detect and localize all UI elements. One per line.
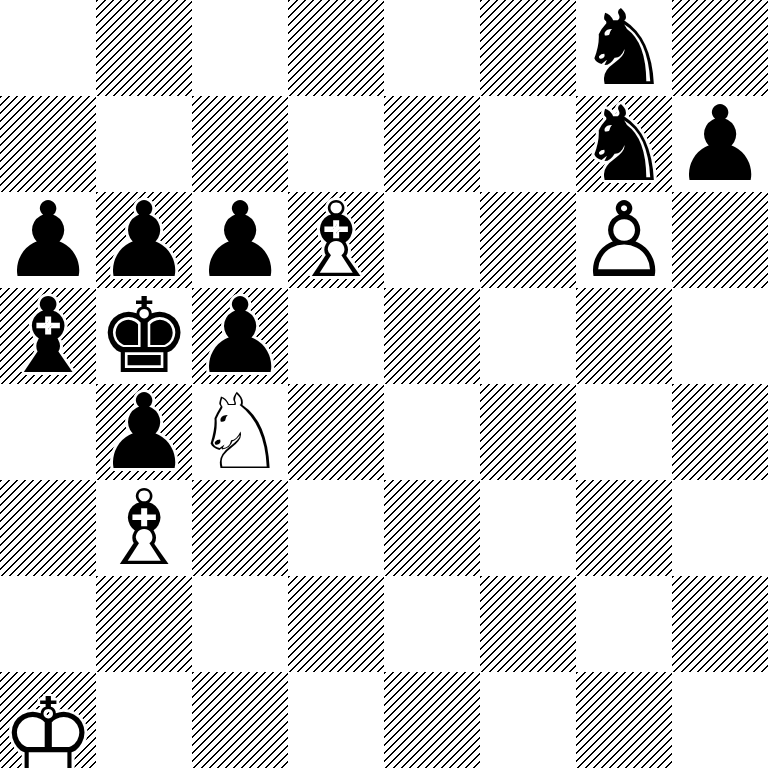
white-knight-icon: ♘ bbox=[193, 384, 286, 480]
piece-black-pawn-a6[interactable]: ♟♟ bbox=[0, 192, 96, 288]
square-b6[interactable]: ♟♟ bbox=[96, 192, 192, 288]
square-c8[interactable] bbox=[192, 0, 288, 96]
square-a2[interactable] bbox=[0, 576, 96, 672]
square-f2[interactable] bbox=[480, 576, 576, 672]
black-bishop-icon: ♝ bbox=[1, 288, 94, 384]
square-e4[interactable] bbox=[384, 384, 480, 480]
square-g8[interactable]: ♞♞ bbox=[576, 0, 672, 96]
square-f4[interactable] bbox=[480, 384, 576, 480]
black-pawn-icon: ♟ bbox=[1, 192, 94, 288]
white-bishop-icon: ♗ bbox=[97, 480, 190, 576]
square-b7[interactable] bbox=[96, 96, 192, 192]
square-g2[interactable] bbox=[576, 576, 672, 672]
piece-black-knight-g7[interactable]: ♞♞ bbox=[576, 96, 672, 192]
square-f3[interactable] bbox=[480, 480, 576, 576]
piece-white-bishop-d6[interactable]: ♝♗ bbox=[288, 192, 384, 288]
square-g7[interactable]: ♞♞ bbox=[576, 96, 672, 192]
square-d5[interactable] bbox=[288, 288, 384, 384]
square-c2[interactable] bbox=[192, 576, 288, 672]
square-e6[interactable] bbox=[384, 192, 480, 288]
white-king-icon: ♔ bbox=[1, 688, 94, 768]
piece-black-knight-g8[interactable]: ♞♞ bbox=[576, 0, 672, 96]
black-pawn-icon: ♟ bbox=[193, 192, 286, 288]
chess-board: ♞♞♞♞♟♟♟♟♟♟♟♟♝♗♟♙♝♝♚♚♟♟♟♟♞♘♝♗♚♔ bbox=[0, 0, 768, 768]
piece-black-pawn-b4[interactable]: ♟♟ bbox=[96, 384, 192, 480]
square-c6[interactable]: ♟♟ bbox=[192, 192, 288, 288]
square-f5[interactable] bbox=[480, 288, 576, 384]
square-d4[interactable] bbox=[288, 384, 384, 480]
square-c5[interactable]: ♟♟ bbox=[192, 288, 288, 384]
square-g6[interactable]: ♟♙ bbox=[576, 192, 672, 288]
square-f6[interactable] bbox=[480, 192, 576, 288]
square-g1[interactable] bbox=[576, 672, 672, 768]
piece-white-bishop-b3[interactable]: ♝♗ bbox=[96, 480, 192, 576]
square-e8[interactable] bbox=[384, 0, 480, 96]
square-c4[interactable]: ♞♘ bbox=[192, 384, 288, 480]
black-pawn-icon: ♟ bbox=[97, 384, 190, 480]
square-c1[interactable] bbox=[192, 672, 288, 768]
square-d7[interactable] bbox=[288, 96, 384, 192]
square-h8[interactable] bbox=[672, 0, 768, 96]
black-pawn-icon: ♟ bbox=[193, 288, 286, 384]
square-a1[interactable]: ♚♔ bbox=[0, 672, 96, 768]
square-d3[interactable] bbox=[288, 480, 384, 576]
square-e1[interactable] bbox=[384, 672, 480, 768]
black-pawn-icon: ♟ bbox=[673, 96, 766, 192]
square-g5[interactable] bbox=[576, 288, 672, 384]
square-b5[interactable]: ♚♚ bbox=[96, 288, 192, 384]
square-h4[interactable] bbox=[672, 384, 768, 480]
square-h5[interactable] bbox=[672, 288, 768, 384]
square-b4[interactable]: ♟♟ bbox=[96, 384, 192, 480]
square-c7[interactable] bbox=[192, 96, 288, 192]
square-b1[interactable] bbox=[96, 672, 192, 768]
square-g4[interactable] bbox=[576, 384, 672, 480]
square-d1[interactable] bbox=[288, 672, 384, 768]
piece-black-king-b5[interactable]: ♚♚ bbox=[96, 288, 192, 384]
piece-black-pawn-h7[interactable]: ♟♟ bbox=[672, 96, 768, 192]
piece-black-bishop-a5[interactable]: ♝♝ bbox=[0, 288, 96, 384]
piece-white-king-a1[interactable]: ♚♔ bbox=[0, 688, 96, 768]
square-a4[interactable] bbox=[0, 384, 96, 480]
square-f7[interactable] bbox=[480, 96, 576, 192]
square-a5[interactable]: ♝♝ bbox=[0, 288, 96, 384]
square-d8[interactable] bbox=[288, 0, 384, 96]
square-h6[interactable] bbox=[672, 192, 768, 288]
black-knight-icon: ♞ bbox=[577, 0, 670, 96]
square-a6[interactable]: ♟♟ bbox=[0, 192, 96, 288]
square-f1[interactable] bbox=[480, 672, 576, 768]
square-a8[interactable] bbox=[0, 0, 96, 96]
square-b3[interactable]: ♝♗ bbox=[96, 480, 192, 576]
square-b2[interactable] bbox=[96, 576, 192, 672]
square-g3[interactable] bbox=[576, 480, 672, 576]
square-e3[interactable] bbox=[384, 480, 480, 576]
piece-black-pawn-c5[interactable]: ♟♟ bbox=[192, 288, 288, 384]
square-a3[interactable] bbox=[0, 480, 96, 576]
white-pawn-icon: ♙ bbox=[577, 192, 670, 288]
piece-black-pawn-c6[interactable]: ♟♟ bbox=[192, 192, 288, 288]
square-d2[interactable] bbox=[288, 576, 384, 672]
square-h2[interactable] bbox=[672, 576, 768, 672]
square-h7[interactable]: ♟♟ bbox=[672, 96, 768, 192]
square-f8[interactable] bbox=[480, 0, 576, 96]
piece-black-pawn-b6[interactable]: ♟♟ bbox=[96, 192, 192, 288]
black-king-icon: ♚ bbox=[97, 288, 190, 384]
piece-white-knight-c4[interactable]: ♞♘ bbox=[192, 384, 288, 480]
square-d6[interactable]: ♝♗ bbox=[288, 192, 384, 288]
white-bishop-icon: ♗ bbox=[289, 192, 382, 288]
piece-white-pawn-g6[interactable]: ♟♙ bbox=[576, 192, 672, 288]
square-e7[interactable] bbox=[384, 96, 480, 192]
square-b8[interactable] bbox=[96, 0, 192, 96]
square-e5[interactable] bbox=[384, 288, 480, 384]
square-c3[interactable] bbox=[192, 480, 288, 576]
square-e2[interactable] bbox=[384, 576, 480, 672]
square-h1[interactable] bbox=[672, 672, 768, 768]
black-pawn-icon: ♟ bbox=[97, 192, 190, 288]
black-knight-icon: ♞ bbox=[577, 96, 670, 192]
square-h3[interactable] bbox=[672, 480, 768, 576]
square-a7[interactable] bbox=[0, 96, 96, 192]
